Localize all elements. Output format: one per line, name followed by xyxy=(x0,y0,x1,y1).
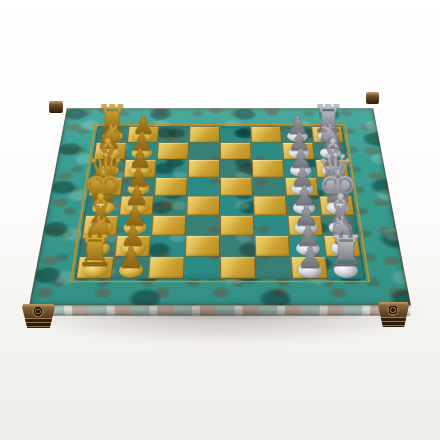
board-edge-front xyxy=(29,306,411,316)
square-c3-r4[interactable] xyxy=(186,196,220,215)
square-c4-r2[interactable] xyxy=(220,160,252,178)
square-c4-r4[interactable] xyxy=(220,196,254,215)
square-c3-r0[interactable] xyxy=(189,126,220,142)
square-c3-r3[interactable] xyxy=(187,177,220,196)
board-field: ♜♞♝♛♚♝♞♜♟♟♟♟♟♟♟♟♟♟♟♟♟♟♟♟♜♞♝♛♚♝♞♜ xyxy=(76,126,365,279)
square-c3-r2[interactable] xyxy=(188,160,220,178)
piece-silver-rook[interactable]: ♜ xyxy=(310,196,382,272)
square-c4-r6[interactable] xyxy=(220,236,255,257)
square-c4-r7[interactable] xyxy=(220,257,256,279)
scene: ♜♞♝♛♚♝♞♜♟♟♟♟♟♟♟♟♟♟♟♟♟♟♟♟♜♞♝♛♚♝♞♜ xyxy=(0,0,440,440)
chess-board: ♜♞♝♛♚♝♞♜♟♟♟♟♟♟♟♟♟♟♟♟♟♟♟♟♜♞♝♛♚♝♞♜ xyxy=(29,108,411,305)
square-c3-r5[interactable] xyxy=(186,215,220,235)
board-foot-front-right xyxy=(378,302,409,327)
square-c4-r1[interactable] xyxy=(220,143,252,160)
square-c3-r6[interactable] xyxy=(185,236,220,257)
board-foot-front-left xyxy=(22,304,55,328)
square-c4-r3[interactable] xyxy=(220,177,253,196)
square-c4-r0[interactable] xyxy=(220,126,251,142)
square-c3-r1[interactable] xyxy=(188,143,220,160)
board-border-patina: ♜♞♝♛♚♝♞♜♟♟♟♟♟♟♟♟♟♟♟♟♟♟♟♟♜♞♝♛♚♝♞♜ xyxy=(29,108,411,305)
board-foot-back-left xyxy=(49,101,63,113)
square-c4-r5[interactable] xyxy=(220,215,254,235)
board-foot-back-right xyxy=(366,92,379,104)
piece-gold-pawn[interactable]: ♟ xyxy=(95,196,167,272)
square-c3-r7[interactable] xyxy=(184,257,220,279)
